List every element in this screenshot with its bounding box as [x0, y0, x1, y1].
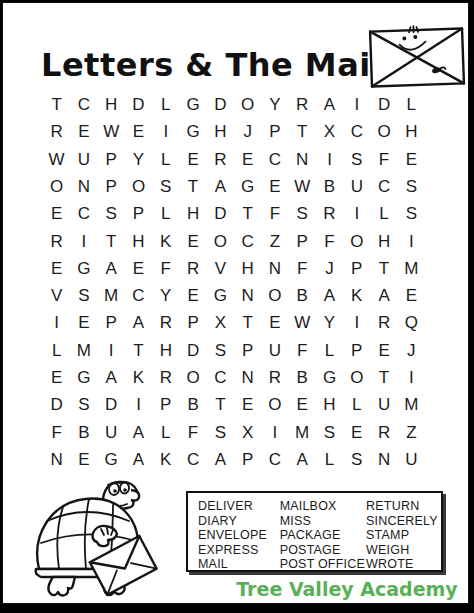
grid-cell-r10c13[interactable]: E: [370, 337, 397, 364]
grid-cell-r11c11[interactable]: G: [316, 364, 343, 391]
grid-cell-r14c13[interactable]: N: [370, 446, 397, 473]
grid-cell-r4c13[interactable]: C: [370, 173, 397, 200]
grid-cell-r7c13[interactable]: T: [370, 255, 397, 282]
grid-cell-r8c2[interactable]: S: [70, 282, 97, 309]
grid-cell-r9c12[interactable]: I: [343, 309, 370, 336]
word-list-item: RETURN: [366, 499, 441, 514]
grid-cell-r7c3[interactable]: A: [98, 255, 125, 282]
grid-cell-r12c6[interactable]: B: [179, 391, 206, 418]
grid-cell-r13c8[interactable]: X: [234, 418, 261, 445]
grid-cell-r13c1[interactable]: F: [43, 418, 70, 445]
grid-cell-r13c5[interactable]: L: [152, 418, 179, 445]
grid-cell-r6c4[interactable]: H: [125, 227, 152, 254]
worksheet-page: Letters & The Mail TCHDLGDOYRAIDLREWEIGH…: [2, 2, 469, 604]
grid-cell-r4c8[interactable]: G: [234, 173, 261, 200]
grid-cell-r12c11[interactable]: H: [316, 391, 343, 418]
grid-cell-r12c2[interactable]: S: [70, 391, 97, 418]
grid-cell-r12c1[interactable]: D: [43, 391, 70, 418]
grid-cell-r1c10[interactable]: R: [289, 91, 316, 118]
grid-cell-r14c8[interactable]: P: [234, 446, 261, 473]
grid-cell-r3c4[interactable]: Y: [125, 146, 152, 173]
word-list-item: WROTE: [366, 557, 441, 572]
grid-cell-r6c11[interactable]: F: [316, 227, 343, 254]
grid-cell-r6c14[interactable]: I: [398, 227, 425, 254]
grid-cell-r12c5[interactable]: P: [152, 391, 179, 418]
grid-cell-r5c10[interactable]: S: [289, 200, 316, 227]
grid-cell-r9c3[interactable]: P: [98, 309, 125, 336]
grid-cell-r6c8[interactable]: C: [234, 227, 261, 254]
grid-cell-r2c4[interactable]: E: [125, 118, 152, 145]
grid-cell-r13c12[interactable]: E: [343, 418, 370, 445]
grid-cell-r8c12[interactable]: K: [343, 282, 370, 309]
grid-cell-r2c7[interactable]: H: [207, 118, 234, 145]
grid-cell-r7c4[interactable]: E: [125, 255, 152, 282]
grid-cell-r5c13[interactable]: L: [370, 200, 397, 227]
grid-cell-r5c12[interactable]: I: [343, 200, 370, 227]
grid-cell-r7c8[interactable]: H: [234, 255, 261, 282]
grid-cell-r10c2[interactable]: M: [70, 337, 97, 364]
grid-cell-r1c13[interactable]: D: [370, 91, 397, 118]
word-list-item: POST OFFICE: [280, 557, 366, 572]
grid-cell-r14c11[interactable]: L: [316, 446, 343, 473]
grid-cell-r5c6[interactable]: H: [179, 200, 206, 227]
grid-cell-r14c2[interactable]: E: [70, 446, 97, 473]
grid-cell-r8c11[interactable]: A: [316, 282, 343, 309]
grid-cell-r14c7[interactable]: A: [207, 446, 234, 473]
grid-cell-r10c14[interactable]: J: [398, 337, 425, 364]
grid-cell-r8c8[interactable]: N: [234, 282, 261, 309]
grid-cell-r1c8[interactable]: O: [234, 91, 261, 118]
grid-cell-r5c4[interactable]: P: [125, 200, 152, 227]
grid-cell-r1c2[interactable]: C: [70, 91, 97, 118]
word-list-column-2: MAILBOXMISSPACKAGEPOSTAGEPOST OFFICE: [280, 499, 366, 572]
grid-cell-r2c12[interactable]: C: [343, 118, 370, 145]
grid-cell-r10c8[interactable]: P: [234, 337, 261, 364]
grid-cell-r14c1[interactable]: N: [43, 446, 70, 473]
word-list-item: DIARY: [198, 514, 280, 529]
grid-cell-r6c2[interactable]: I: [70, 227, 97, 254]
grid-cell-r11c5[interactable]: R: [152, 364, 179, 391]
grid-cell-r11c3[interactable]: A: [98, 364, 125, 391]
grid-cell-r14c6[interactable]: C: [179, 446, 206, 473]
grid-cell-r3c5[interactable]: L: [152, 146, 179, 173]
grid-cell-r2c3[interactable]: W: [98, 118, 125, 145]
grid-cell-r3c7[interactable]: R: [207, 146, 234, 173]
grid-cell-r8c9[interactable]: O: [261, 282, 288, 309]
word-list-item: EXPRESS: [198, 543, 280, 558]
grid-cell-r9c2[interactable]: E: [70, 309, 97, 336]
grid-cell-r3c8[interactable]: E: [234, 146, 261, 173]
grid-cell-r10c9[interactable]: U: [261, 337, 288, 364]
grid-cell-r13c4[interactable]: A: [125, 418, 152, 445]
grid-cell-r2c14[interactable]: H: [398, 118, 425, 145]
grid-cell-r9c6[interactable]: P: [179, 309, 206, 336]
grid-cell-r3c2[interactable]: U: [70, 146, 97, 173]
grid-cell-r9c8[interactable]: T: [234, 309, 261, 336]
grid-cell-r11c14[interactable]: I: [398, 364, 425, 391]
grid-cell-r11c9[interactable]: R: [261, 364, 288, 391]
grid-cell-r5c1[interactable]: E: [43, 200, 70, 227]
grid-cell-r4c1[interactable]: O: [43, 173, 70, 200]
grid-cell-r1c14[interactable]: L: [398, 91, 425, 118]
grid-cell-r1c7[interactable]: D: [207, 91, 234, 118]
grid-cell-r7c5[interactable]: F: [152, 255, 179, 282]
word-list-column-3: RETURNSINCERELYSTAMPWEIGHWROTE: [366, 499, 441, 572]
grid-cell-r10c6[interactable]: D: [179, 337, 206, 364]
grid-cell-r9c5[interactable]: R: [152, 309, 179, 336]
grid-cell-r2c2[interactable]: E: [70, 118, 97, 145]
grid-cell-r10c4[interactable]: T: [125, 337, 152, 364]
grid-cell-r7c14[interactable]: M: [398, 255, 425, 282]
grid-cell-r6c7[interactable]: O: [207, 227, 234, 254]
grid-cell-r5c11[interactable]: R: [316, 200, 343, 227]
grid-cell-r12c13[interactable]: U: [370, 391, 397, 418]
page-title: Letters & The Mail: [41, 46, 366, 84]
grid-cell-r8c3[interactable]: M: [98, 282, 125, 309]
grid-cell-r1c3[interactable]: H: [98, 91, 125, 118]
grid-cell-r12c8[interactable]: E: [234, 391, 261, 418]
grid-cell-r13c11[interactable]: S: [316, 418, 343, 445]
grid-cell-r12c3[interactable]: D: [98, 391, 125, 418]
word-list-column-1: DELIVERDIARYENVELOPEEXPRESSMAIL: [198, 499, 280, 572]
grid-cell-r10c5[interactable]: H: [152, 337, 179, 364]
grid-cell-r7c6[interactable]: R: [179, 255, 206, 282]
grid-cell-r3c9[interactable]: C: [261, 146, 288, 173]
grid-cell-r11c8[interactable]: N: [234, 364, 261, 391]
word-list-item: MISS: [280, 514, 366, 529]
word-list-item: MAIL: [198, 557, 280, 572]
screenshot-canvas: Letters & The Mail TCHDLGDOYRAIDLREWEIGH…: [0, 0, 474, 613]
grid-cell-r10c12[interactable]: P: [343, 337, 370, 364]
grid-cell-r4c3[interactable]: P: [98, 173, 125, 200]
grid-cell-r14c10[interactable]: A: [289, 446, 316, 473]
grid-cell-r3c12[interactable]: S: [343, 146, 370, 173]
word-list-item: STAMP: [366, 528, 441, 543]
grid-cell-r8c14[interactable]: E: [398, 282, 425, 309]
grid-cell-r4c12[interactable]: U: [343, 173, 370, 200]
grid-cell-r6c10[interactable]: P: [289, 227, 316, 254]
grid-cell-r2c8[interactable]: J: [234, 118, 261, 145]
word-list-item: ENVELOPE: [198, 528, 280, 543]
credit-text: Tree Valley Academy: [232, 578, 462, 600]
grid-cell-r6c3[interactable]: T: [98, 227, 125, 254]
grid-cell-r12c4[interactable]: I: [125, 391, 152, 418]
grid-cell-r14c12[interactable]: S: [343, 446, 370, 473]
grid-cell-r12c12[interactable]: L: [343, 391, 370, 418]
grid-cell-r5c5[interactable]: L: [152, 200, 179, 227]
grid-cell-r2c1[interactable]: R: [43, 118, 70, 145]
grid-cell-r7c10[interactable]: F: [289, 255, 316, 282]
grid-cell-r3c11[interactable]: I: [316, 146, 343, 173]
grid-cell-r13c13[interactable]: R: [370, 418, 397, 445]
grid-cell-r9c11[interactable]: Y: [316, 309, 343, 336]
grid-cell-r12c7[interactable]: T: [207, 391, 234, 418]
word-list-item: PACKAGE: [280, 528, 366, 543]
grid-cell-r3c1[interactable]: W: [43, 146, 70, 173]
grid-cell-r7c12[interactable]: P: [343, 255, 370, 282]
grid-cell-r4c4[interactable]: O: [125, 173, 152, 200]
grid-cell-r3c10[interactable]: N: [289, 146, 316, 173]
word-list-item: DELIVER: [198, 499, 280, 514]
grid-cell-r4c9[interactable]: E: [261, 173, 288, 200]
grid-cell-r3c6[interactable]: E: [179, 146, 206, 173]
word-search-grid: TCHDLGDOYRAIDLREWEIGHJPTXCOHWUPYLERECNIS…: [43, 91, 425, 473]
grid-cell-r11c12[interactable]: O: [343, 364, 370, 391]
grid-cell-r4c11[interactable]: B: [316, 173, 343, 200]
grid-cell-r5c2[interactable]: C: [70, 200, 97, 227]
grid-cell-r10c3[interactable]: I: [98, 337, 125, 364]
grid-cell-r11c2[interactable]: G: [70, 364, 97, 391]
grid-cell-r12c14[interactable]: M: [398, 391, 425, 418]
grid-cell-r9c9[interactable]: E: [261, 309, 288, 336]
grid-cell-r6c13[interactable]: H: [370, 227, 397, 254]
grid-cell-r8c10[interactable]: B: [289, 282, 316, 309]
grid-cell-r14c14[interactable]: U: [398, 446, 425, 473]
grid-cell-r13c2[interactable]: B: [70, 418, 97, 445]
grid-cell-r14c4[interactable]: A: [125, 446, 152, 473]
grid-cell-r1c11[interactable]: A: [316, 91, 343, 118]
envelope-doodle-icon: [366, 23, 468, 91]
grid-cell-r11c6[interactable]: O: [179, 364, 206, 391]
grid-cell-r3c3[interactable]: P: [98, 146, 125, 173]
grid-cell-r14c5[interactable]: K: [152, 446, 179, 473]
word-list-box: DELIVERDIARYENVELOPEEXPRESSMAIL MAILBOXM…: [186, 491, 443, 572]
grid-cell-r8c7[interactable]: G: [207, 282, 234, 309]
grid-cell-r13c9[interactable]: I: [261, 418, 288, 445]
grid-cell-r5c3[interactable]: S: [98, 200, 125, 227]
grid-cell-r11c13[interactable]: T: [370, 364, 397, 391]
grid-cell-r5c14[interactable]: S: [398, 200, 425, 227]
grid-cell-r11c7[interactable]: C: [207, 364, 234, 391]
grid-cell-r1c9[interactable]: Y: [261, 91, 288, 118]
grid-cell-r11c1[interactable]: E: [43, 364, 70, 391]
grid-cell-r10c11[interactable]: L: [316, 337, 343, 364]
grid-cell-r9c7[interactable]: X: [207, 309, 234, 336]
grid-cell-r8c6[interactable]: E: [179, 282, 206, 309]
grid-cell-r2c6[interactable]: G: [179, 118, 206, 145]
grid-cell-r6c6[interactable]: E: [179, 227, 206, 254]
grid-cell-r1c5[interactable]: L: [152, 91, 179, 118]
grid-cell-r6c5[interactable]: K: [152, 227, 179, 254]
grid-cell-r14c3[interactable]: G: [98, 446, 125, 473]
word-list-item: POSTAGE: [280, 543, 366, 558]
grid-cell-r9c13[interactable]: R: [370, 309, 397, 336]
grid-cell-r4c7[interactable]: A: [207, 173, 234, 200]
grid-cell-r12c9[interactable]: O: [261, 391, 288, 418]
grid-cell-r5c7[interactable]: D: [207, 200, 234, 227]
grid-cell-r10c10[interactable]: F: [289, 337, 316, 364]
grid-cell-r1c1[interactable]: T: [43, 91, 70, 118]
grid-cell-r4c6[interactable]: T: [179, 173, 206, 200]
grid-cell-r4c2[interactable]: N: [70, 173, 97, 200]
grid-cell-r7c9[interactable]: N: [261, 255, 288, 282]
turtle-mailman-icon: [23, 477, 168, 605]
grid-cell-r7c11[interactable]: J: [316, 255, 343, 282]
grid-cell-r2c11[interactable]: X: [316, 118, 343, 145]
grid-cell-r10c1[interactable]: L: [43, 337, 70, 364]
grid-cell-r9c10[interactable]: W: [289, 309, 316, 336]
grid-cell-r1c6[interactable]: G: [179, 91, 206, 118]
grid-cell-r4c10[interactable]: W: [289, 173, 316, 200]
grid-cell-r1c12[interactable]: I: [343, 91, 370, 118]
grid-cell-r2c5[interactable]: I: [152, 118, 179, 145]
word-list-item: MAILBOX: [280, 499, 366, 514]
grid-cell-r5c8[interactable]: T: [234, 200, 261, 227]
grid-cell-r5c9[interactable]: F: [261, 200, 288, 227]
grid-cell-r11c4[interactable]: K: [125, 364, 152, 391]
grid-cell-r13c14[interactable]: Z: [398, 418, 425, 445]
grid-cell-r6c1[interactable]: R: [43, 227, 70, 254]
grid-cell-r4c5[interactable]: S: [152, 173, 179, 200]
grid-cell-r12c10[interactable]: E: [289, 391, 316, 418]
grid-cell-r10c7[interactable]: S: [207, 337, 234, 364]
grid-cell-r8c5[interactable]: Y: [152, 282, 179, 309]
grid-cell-r7c2[interactable]: G: [70, 255, 97, 282]
grid-cell-r7c1[interactable]: E: [43, 255, 70, 282]
grid-cell-r14c9[interactable]: C: [261, 446, 288, 473]
grid-cell-r13c10[interactable]: M: [289, 418, 316, 445]
grid-cell-r6c12[interactable]: O: [343, 227, 370, 254]
grid-cell-r6c9[interactable]: Z: [261, 227, 288, 254]
grid-cell-r2c9[interactable]: P: [261, 118, 288, 145]
grid-cell-r4c14[interactable]: S: [398, 173, 425, 200]
grid-cell-r13c7[interactable]: S: [207, 418, 234, 445]
grid-cell-r8c1[interactable]: V: [43, 282, 70, 309]
grid-cell-r11c10[interactable]: B: [289, 364, 316, 391]
grid-cell-r2c13[interactable]: O: [370, 118, 397, 145]
grid-cell-r1c4[interactable]: D: [125, 91, 152, 118]
grid-cell-r8c13[interactable]: A: [370, 282, 397, 309]
grid-cell-r7c7[interactable]: V: [207, 255, 234, 282]
grid-cell-r2c10[interactable]: T: [289, 118, 316, 145]
word-list-item: WEIGH: [366, 543, 441, 558]
word-list-item: SINCERELY: [366, 514, 441, 529]
grid-cell-r9c14[interactable]: Q: [398, 309, 425, 336]
grid-cell-r8c4[interactable]: C: [125, 282, 152, 309]
grid-cell-r13c3[interactable]: U: [98, 418, 125, 445]
grid-cell-r3c14[interactable]: E: [398, 146, 425, 173]
grid-cell-r9c1[interactable]: I: [43, 309, 70, 336]
grid-cell-r3c13[interactable]: F: [370, 146, 397, 173]
grid-cell-r13c6[interactable]: F: [179, 418, 206, 445]
grid-cell-r9c4[interactable]: A: [125, 309, 152, 336]
